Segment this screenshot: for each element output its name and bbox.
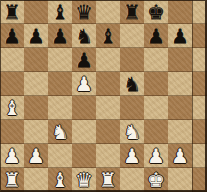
square-a7[interactable]: ♟	[0, 24, 24, 48]
square-g8[interactable]: ♚	[144, 0, 168, 24]
black-king-icon[interactable]: ♚	[144, 0, 168, 24]
black-bishop-icon[interactable]: ♝	[96, 24, 120, 48]
square-e5[interactable]	[96, 72, 120, 96]
square-c3[interactable]: ♞	[48, 120, 72, 144]
black-pawn-icon[interactable]: ♟	[144, 24, 168, 48]
black-bishop-icon[interactable]: ♝	[48, 0, 72, 24]
white-pawn-icon[interactable]: ♟	[168, 144, 192, 168]
square-g1[interactable]: ♚	[144, 168, 168, 192]
offboard-strip-row-1	[192, 168, 207, 192]
black-pawn-icon[interactable]: ♟	[72, 48, 96, 72]
chess-app-window: ♜♝♛♜♚♟♟♟♞♝♟♟♟♟♞♝♞♞♟♟♟♟♟♜♝♛♜♚	[0, 0, 207, 192]
black-knight-icon[interactable]: ♞	[72, 24, 96, 48]
square-a8[interactable]: ♜	[0, 0, 24, 24]
white-pawn-icon[interactable]: ♟	[120, 144, 144, 168]
black-rook-icon[interactable]: ♜	[0, 0, 24, 24]
square-h3[interactable]	[168, 120, 192, 144]
white-rook-icon[interactable]: ♜	[0, 168, 24, 192]
black-knight-icon[interactable]: ♞	[120, 72, 144, 96]
square-f2[interactable]: ♟	[120, 144, 144, 168]
square-e4[interactable]	[96, 96, 120, 120]
square-g4[interactable]	[144, 96, 168, 120]
square-a4[interactable]: ♝	[0, 96, 24, 120]
square-e8[interactable]	[96, 0, 120, 24]
black-pawn-icon[interactable]: ♟	[48, 24, 72, 48]
square-f4[interactable]	[120, 96, 144, 120]
black-pawn-icon[interactable]: ♟	[0, 24, 24, 48]
square-h1[interactable]	[168, 168, 192, 192]
square-b3[interactable]	[24, 120, 48, 144]
offboard-strip-row-7	[192, 24, 207, 48]
square-b2[interactable]: ♟	[24, 144, 48, 168]
square-h5[interactable]	[168, 72, 192, 96]
square-c2[interactable]	[48, 144, 72, 168]
square-f5[interactable]: ♞	[120, 72, 144, 96]
square-b8[interactable]	[24, 0, 48, 24]
square-f3[interactable]: ♞	[120, 120, 144, 144]
square-e6[interactable]	[96, 48, 120, 72]
square-b1[interactable]	[24, 168, 48, 192]
white-pawn-icon[interactable]: ♟	[0, 144, 24, 168]
square-f8[interactable]: ♜	[120, 0, 144, 24]
square-d2[interactable]	[72, 144, 96, 168]
black-rook-icon[interactable]: ♜	[120, 0, 144, 24]
square-d6[interactable]: ♟	[72, 48, 96, 72]
chess-board: ♜♝♛♜♚♟♟♟♞♝♟♟♟♟♞♝♞♞♟♟♟♟♟♜♝♛♜♚	[0, 0, 207, 192]
square-b6[interactable]	[24, 48, 48, 72]
square-h8[interactable]	[168, 0, 192, 24]
offboard-strip-row-4	[192, 96, 207, 120]
white-knight-icon[interactable]: ♞	[120, 120, 144, 144]
square-h4[interactable]	[168, 96, 192, 120]
square-h6[interactable]	[168, 48, 192, 72]
square-d4[interactable]	[72, 96, 96, 120]
square-c6[interactable]	[48, 48, 72, 72]
square-d5[interactable]: ♟	[72, 72, 96, 96]
square-b5[interactable]	[24, 72, 48, 96]
square-f7[interactable]	[120, 24, 144, 48]
square-b7[interactable]: ♟	[24, 24, 48, 48]
square-a2[interactable]: ♟	[0, 144, 24, 168]
square-a5[interactable]	[0, 72, 24, 96]
white-pawn-icon[interactable]: ♟	[24, 144, 48, 168]
white-pawn-icon[interactable]: ♟	[144, 144, 168, 168]
square-f1[interactable]	[120, 168, 144, 192]
square-h2[interactable]: ♟	[168, 144, 192, 168]
square-g5[interactable]	[144, 72, 168, 96]
square-c8[interactable]: ♝	[48, 0, 72, 24]
white-queen-icon[interactable]: ♛	[72, 168, 96, 192]
square-e3[interactable]	[96, 120, 120, 144]
black-queen-icon[interactable]: ♛	[72, 0, 96, 24]
offboard-strip-row-2	[192, 144, 207, 168]
square-d3[interactable]	[72, 120, 96, 144]
square-d7[interactable]: ♞	[72, 24, 96, 48]
white-bishop-icon[interactable]: ♝	[48, 168, 72, 192]
square-b4[interactable]	[24, 96, 48, 120]
square-a1[interactable]: ♜	[0, 168, 24, 192]
square-e1[interactable]: ♜	[96, 168, 120, 192]
square-g2[interactable]: ♟	[144, 144, 168, 168]
square-h7[interactable]: ♟	[168, 24, 192, 48]
square-a3[interactable]	[0, 120, 24, 144]
square-e7[interactable]: ♝	[96, 24, 120, 48]
square-c4[interactable]	[48, 96, 72, 120]
black-pawn-icon[interactable]: ♟	[168, 24, 192, 48]
square-d1[interactable]: ♛	[72, 168, 96, 192]
white-bishop-icon[interactable]: ♝	[0, 96, 24, 120]
white-king-icon[interactable]: ♚	[144, 168, 168, 192]
offboard-strip-row-5	[192, 72, 207, 96]
square-c5[interactable]	[48, 72, 72, 96]
white-knight-icon[interactable]: ♞	[48, 120, 72, 144]
offboard-strip-row-3	[192, 120, 207, 144]
square-c7[interactable]: ♟	[48, 24, 72, 48]
square-c1[interactable]: ♝	[48, 168, 72, 192]
white-pawn-icon[interactable]: ♟	[72, 72, 96, 96]
square-g6[interactable]	[144, 48, 168, 72]
offboard-strip-row-6	[192, 48, 207, 72]
offboard-strip-row-8	[192, 0, 207, 24]
square-d8[interactable]: ♛	[72, 0, 96, 24]
square-f6[interactable]	[120, 48, 144, 72]
square-e2[interactable]	[96, 144, 120, 168]
white-rook-icon[interactable]: ♜	[96, 168, 120, 192]
black-pawn-icon[interactable]: ♟	[24, 24, 48, 48]
square-a6[interactable]	[0, 48, 24, 72]
square-g3[interactable]	[144, 120, 168, 144]
square-g7[interactable]: ♟	[144, 24, 168, 48]
